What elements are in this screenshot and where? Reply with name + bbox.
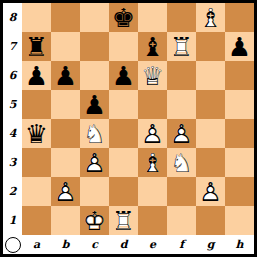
rank-label-6: 6 bbox=[3, 61, 22, 90]
file-label-f: f bbox=[167, 235, 196, 254]
black-bishop[interactable]: ♝ bbox=[138, 32, 167, 61]
white-pawn[interactable]: ♟♙ bbox=[167, 119, 196, 148]
square-h4[interactable] bbox=[225, 119, 254, 148]
black-pawn[interactable]: ♟ bbox=[51, 61, 80, 90]
square-b4[interactable] bbox=[51, 119, 80, 148]
rank-label-7: 7 bbox=[3, 32, 22, 61]
rank-label-4: 4 bbox=[3, 119, 22, 148]
square-g3[interactable] bbox=[196, 148, 225, 177]
rank-label-8: 8 bbox=[3, 3, 22, 32]
square-c5[interactable]: ♟ bbox=[80, 90, 109, 119]
square-h6[interactable] bbox=[225, 61, 254, 90]
square-h2[interactable] bbox=[225, 177, 254, 206]
square-b5[interactable] bbox=[51, 90, 80, 119]
side-to-move-corner bbox=[3, 235, 22, 254]
square-b1[interactable] bbox=[51, 206, 80, 235]
rank-label-2: 2 bbox=[3, 177, 22, 206]
square-a1[interactable] bbox=[22, 206, 51, 235]
square-e8[interactable] bbox=[138, 3, 167, 32]
square-a7[interactable]: ♜ bbox=[22, 32, 51, 61]
square-h3[interactable] bbox=[225, 148, 254, 177]
square-e2[interactable] bbox=[138, 177, 167, 206]
black-pawn[interactable]: ♟ bbox=[22, 61, 51, 90]
square-h5[interactable] bbox=[225, 90, 254, 119]
white-king[interactable]: ♚♔ bbox=[80, 206, 109, 235]
white-piece-outline: ♘ bbox=[80, 119, 109, 148]
black-queen[interactable]: ♛ bbox=[22, 119, 51, 148]
file-label-b: b bbox=[51, 235, 80, 254]
square-f3[interactable]: ♞♘ bbox=[167, 148, 196, 177]
file-label-h: h bbox=[225, 235, 254, 254]
white-piece-outline: ♔ bbox=[80, 206, 109, 235]
square-h8[interactable] bbox=[225, 3, 254, 32]
square-d6[interactable]: ♟ bbox=[109, 61, 138, 90]
square-g5[interactable] bbox=[196, 90, 225, 119]
square-d4[interactable] bbox=[109, 119, 138, 148]
white-bishop[interactable]: ♝♗ bbox=[138, 148, 167, 177]
square-c2[interactable] bbox=[80, 177, 109, 206]
white-rook[interactable]: ♜♖ bbox=[109, 206, 138, 235]
square-c6[interactable] bbox=[80, 61, 109, 90]
square-g4[interactable] bbox=[196, 119, 225, 148]
square-f7[interactable]: ♜♖ bbox=[167, 32, 196, 61]
square-a3[interactable] bbox=[22, 148, 51, 177]
square-b8[interactable] bbox=[51, 3, 80, 32]
white-piece-outline: ♗ bbox=[138, 148, 167, 177]
file-label-g: g bbox=[196, 235, 225, 254]
square-f2[interactable] bbox=[167, 177, 196, 206]
square-c4[interactable]: ♞♘ bbox=[80, 119, 109, 148]
chess-board[interactable]: ♚♝♗♜♝♜♖♟♟♟♟♛♕♟♛♞♘♟♙♟♙♟♙♝♗♞♘♟♙♟♙♚♔♜♖ bbox=[22, 3, 254, 235]
square-f4[interactable]: ♟♙ bbox=[167, 119, 196, 148]
square-a4[interactable]: ♛ bbox=[22, 119, 51, 148]
square-d1[interactable]: ♜♖ bbox=[109, 206, 138, 235]
white-piece-outline: ♘ bbox=[167, 148, 196, 177]
square-g1[interactable] bbox=[196, 206, 225, 235]
white-pawn[interactable]: ♟♙ bbox=[51, 177, 80, 206]
white-pawn[interactable]: ♟♙ bbox=[80, 148, 109, 177]
file-label-e: e bbox=[138, 235, 167, 254]
square-c7[interactable] bbox=[80, 32, 109, 61]
white-piece-outline: ♖ bbox=[167, 32, 196, 61]
rank-label-1: 1 bbox=[3, 206, 22, 235]
white-piece-outline: ♙ bbox=[196, 177, 225, 206]
square-g7[interactable] bbox=[196, 32, 225, 61]
square-a5[interactable] bbox=[22, 90, 51, 119]
square-h7[interactable]: ♟ bbox=[225, 32, 254, 61]
white-piece-outline: ♗ bbox=[196, 3, 225, 32]
square-d7[interactable] bbox=[109, 32, 138, 61]
square-e6[interactable]: ♛♕ bbox=[138, 61, 167, 90]
square-e1[interactable] bbox=[138, 206, 167, 235]
white-bishop[interactable]: ♝♗ bbox=[196, 3, 225, 32]
white-pawn[interactable]: ♟♙ bbox=[138, 119, 167, 148]
white-piece-outline: ♙ bbox=[167, 119, 196, 148]
square-f5[interactable] bbox=[167, 90, 196, 119]
square-b3[interactable] bbox=[51, 148, 80, 177]
square-f1[interactable] bbox=[167, 206, 196, 235]
white-knight[interactable]: ♞♘ bbox=[80, 119, 109, 148]
chess-diagram-frame: 87654321 ♚♝♗♜♝♜♖♟♟♟♟♛♕♟♛♞♘♟♙♟♙♟♙♝♗♞♘♟♙♟♙… bbox=[0, 0, 257, 257]
square-d8[interactable]: ♚ bbox=[109, 3, 138, 32]
square-c1[interactable]: ♚♔ bbox=[80, 206, 109, 235]
square-b7[interactable] bbox=[51, 32, 80, 61]
white-piece-outline: ♕ bbox=[138, 61, 167, 90]
white-rook[interactable]: ♜♖ bbox=[167, 32, 196, 61]
square-d5[interactable] bbox=[109, 90, 138, 119]
square-g2[interactable]: ♟♙ bbox=[196, 177, 225, 206]
file-label-a: a bbox=[22, 235, 51, 254]
square-c3[interactable]: ♟♙ bbox=[80, 148, 109, 177]
square-b2[interactable]: ♟♙ bbox=[51, 177, 80, 206]
white-pawn[interactable]: ♟♙ bbox=[196, 177, 225, 206]
rank-label-5: 5 bbox=[3, 90, 22, 119]
square-e7[interactable]: ♝ bbox=[138, 32, 167, 61]
square-h1[interactable] bbox=[225, 206, 254, 235]
square-a8[interactable] bbox=[22, 3, 51, 32]
white-piece-outline: ♙ bbox=[138, 119, 167, 148]
square-e3[interactable]: ♝♗ bbox=[138, 148, 167, 177]
file-label-c: c bbox=[80, 235, 109, 254]
black-rook[interactable]: ♜ bbox=[22, 32, 51, 61]
square-g6[interactable] bbox=[196, 61, 225, 90]
side-to-move-indicator bbox=[5, 237, 21, 253]
white-piece-outline: ♙ bbox=[51, 177, 80, 206]
square-e4[interactable]: ♟♙ bbox=[138, 119, 167, 148]
square-f6[interactable] bbox=[167, 61, 196, 90]
chess-diagram: 87654321 ♚♝♗♜♝♜♖♟♟♟♟♛♕♟♛♞♘♟♙♟♙♟♙♝♗♞♘♟♙♟♙… bbox=[3, 3, 254, 254]
black-king[interactable]: ♚ bbox=[109, 3, 138, 32]
black-pawn[interactable]: ♟ bbox=[225, 32, 254, 61]
rank-labels: 87654321 bbox=[3, 3, 22, 235]
square-e5[interactable] bbox=[138, 90, 167, 119]
white-piece-outline: ♙ bbox=[80, 148, 109, 177]
square-a6[interactable]: ♟ bbox=[22, 61, 51, 90]
square-d3[interactable] bbox=[109, 148, 138, 177]
square-c8[interactable] bbox=[80, 3, 109, 32]
square-b6[interactable]: ♟ bbox=[51, 61, 80, 90]
black-pawn[interactable]: ♟ bbox=[109, 61, 138, 90]
square-d2[interactable] bbox=[109, 177, 138, 206]
white-queen[interactable]: ♛♕ bbox=[138, 61, 167, 90]
square-a2[interactable] bbox=[22, 177, 51, 206]
black-pawn[interactable]: ♟ bbox=[80, 90, 109, 119]
rank-label-3: 3 bbox=[3, 148, 22, 177]
square-f8[interactable] bbox=[167, 3, 196, 32]
file-label-d: d bbox=[109, 235, 138, 254]
file-labels: abcdefgh bbox=[22, 235, 254, 254]
square-g8[interactable]: ♝♗ bbox=[196, 3, 225, 32]
white-knight[interactable]: ♞♘ bbox=[167, 148, 196, 177]
white-piece-outline: ♖ bbox=[109, 206, 138, 235]
